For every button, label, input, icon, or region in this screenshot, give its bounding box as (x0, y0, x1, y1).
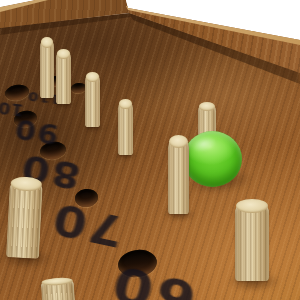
wooden-peg[interactable] (85, 73, 100, 127)
hole-value-label-90: 90 (12, 115, 61, 148)
wooden-peg[interactable] (40, 38, 54, 98)
spinning-top-disc[interactable] (183, 131, 242, 187)
stem-top-face (199, 102, 216, 111)
hole-value-label-60: 60 (105, 257, 201, 300)
peg-top-face (57, 49, 71, 58)
wooden-peg[interactable] (235, 200, 269, 281)
wooden-peg[interactable] (40, 277, 76, 300)
wooden-peg[interactable] (56, 50, 71, 104)
peg-top-face (86, 72, 100, 81)
hole-value-label-70: 70 (47, 196, 127, 252)
peg-top-face (119, 99, 133, 108)
peg-top-face (169, 135, 188, 148)
peg-top-face (41, 37, 54, 47)
pieces-layer: 11010090807060 (0, 0, 300, 300)
game-photo: 11010090807060 (0, 0, 300, 300)
wooden-peg[interactable] (118, 100, 133, 155)
peg-top-face (42, 277, 73, 287)
wooden-peg[interactable] (168, 136, 189, 214)
peg-top-face (236, 199, 267, 213)
board: 11010090807060 (0, 0, 300, 300)
peg-top-face (11, 176, 42, 191)
disc-highlight (189, 133, 219, 155)
wooden-peg[interactable] (6, 177, 43, 259)
scoring-hole (70, 82, 86, 94)
